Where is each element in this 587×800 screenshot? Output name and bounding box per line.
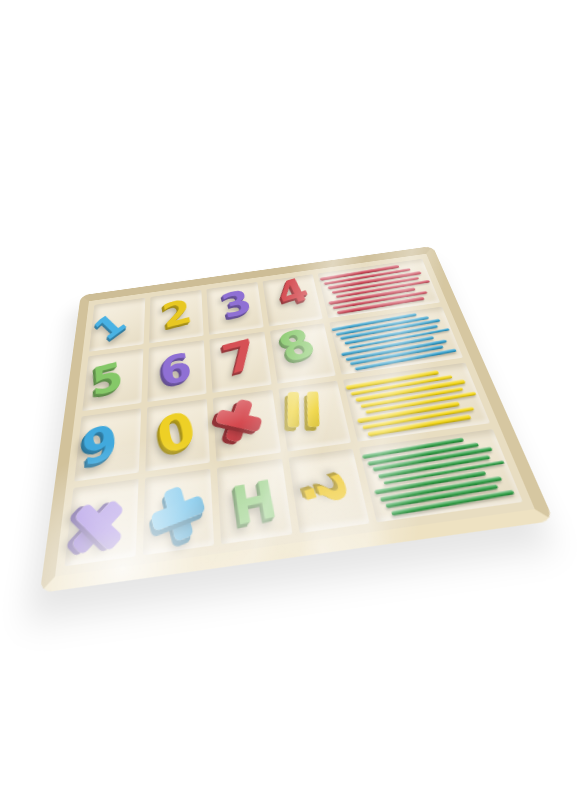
- tray-cell-r4c2: [143, 469, 214, 556]
- h-tile-green: H: [228, 473, 278, 534]
- digit-piece-2: 2: [160, 294, 193, 332]
- digit-piece-7: 7: [218, 333, 260, 381]
- wooden-tray: 1234567890H?: [40, 246, 554, 593]
- digit-piece-4: 4: [272, 273, 312, 311]
- multiply-sign-purple: [59, 488, 136, 568]
- equals-sign-yellow: [284, 391, 324, 427]
- product-photo-canvas: 1234567890H?: [0, 0, 587, 800]
- digit-piece-9: 9: [81, 418, 118, 474]
- tray-cell-r4c5: [359, 429, 522, 522]
- tray-cell-r3c1: 9: [74, 408, 141, 481]
- green-counting-sticks-bundle: [366, 432, 514, 518]
- yellow-counting-sticks-bundle: [349, 365, 482, 438]
- tray-cell-r3c5: [343, 363, 490, 442]
- tray-cell-r2c1: 5: [82, 349, 143, 412]
- tray-cell-r4c3: H: [216, 459, 291, 545]
- tray-cell-r1c2: 2: [149, 290, 203, 343]
- digit-piece-0: 0: [153, 404, 197, 462]
- tray-cell-r1c4: 4: [262, 274, 323, 326]
- equals-bar: [288, 391, 300, 426]
- digit-piece-3: 3: [217, 285, 254, 323]
- digit-piece-5: 5: [90, 356, 123, 401]
- tray-cell-r2c5: [330, 307, 463, 375]
- question-mark-yellow: ?: [294, 468, 356, 513]
- tray-grid: 1234567890H?: [55, 254, 535, 577]
- digit-piece-1: 1: [88, 309, 131, 345]
- plus-sign-blue: [147, 479, 211, 549]
- tray-cell-r4c4: ?: [288, 449, 370, 534]
- blue-counting-sticks-bundle: [335, 308, 456, 372]
- tray-cell-r1c3: 3: [206, 282, 263, 335]
- red-counting-sticks-bundle: [323, 261, 434, 316]
- tray-cell-r1c1: 1: [89, 298, 145, 352]
- tray-cell-r2c2: 6: [147, 340, 206, 402]
- digit-piece-6: 6: [158, 347, 193, 391]
- tray-cell-r3c2: 0: [145, 399, 209, 472]
- multiply-sign-red: [210, 396, 267, 446]
- tray-cell-r3c4: [278, 381, 352, 452]
- digit-piece-8: 8: [273, 323, 320, 369]
- tray-cell-r2c3: 7: [209, 332, 271, 393]
- tray-cell-r2c4: 8: [269, 323, 336, 384]
- tray-cell-r3c3: [212, 390, 280, 462]
- tray-cell-r4c1: [64, 479, 138, 566]
- equals-bar: [307, 391, 320, 426]
